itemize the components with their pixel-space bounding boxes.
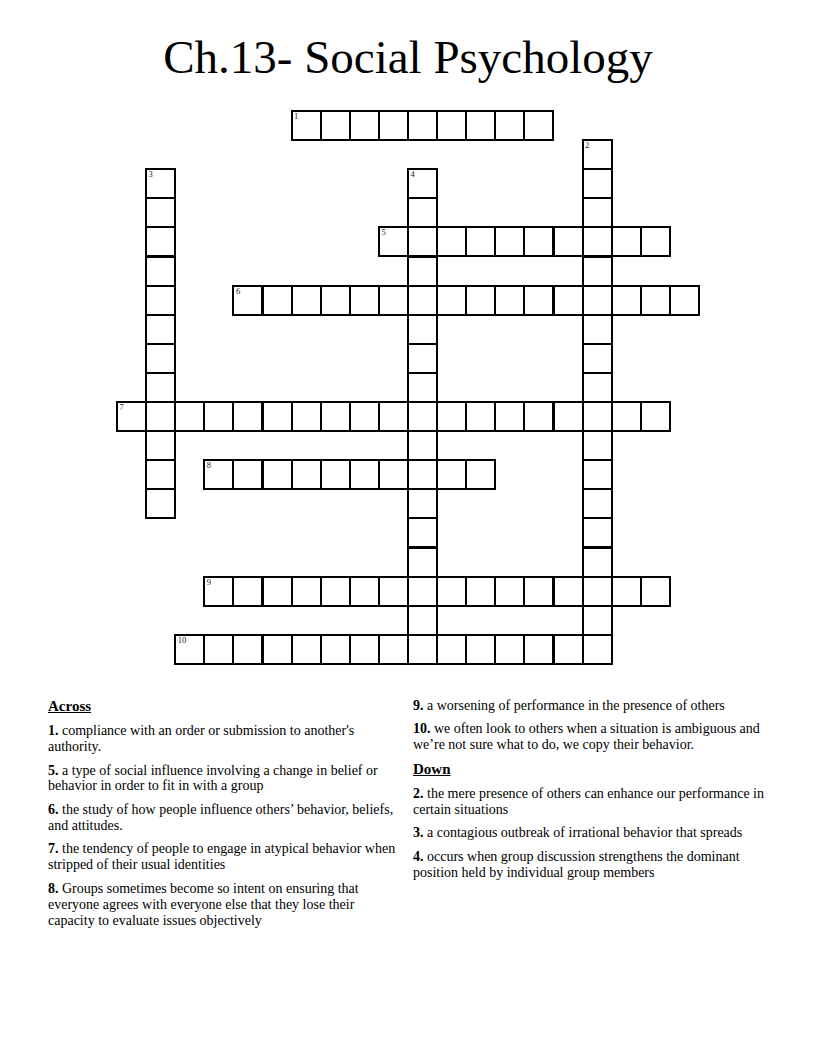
grid-cell-r18c15[interactable]: [553, 634, 584, 665]
grid-cell-r6c14[interactable]: [523, 285, 554, 316]
grid-cell-r9c10[interactable]: [407, 372, 438, 403]
grid-cell-r4c12[interactable]: [465, 226, 496, 257]
grid-cell-r10c0[interactable]: 7: [116, 401, 147, 432]
grid-cell-r16c18[interactable]: [640, 576, 671, 607]
grid-cell-r16c4[interactable]: [232, 576, 263, 607]
grid-cell-r0c6[interactable]: 1: [291, 110, 322, 141]
grid-cell-r18c3[interactable]: [203, 634, 234, 665]
grid-cell-r6c7[interactable]: [320, 285, 351, 316]
grid-cell-r6c8[interactable]: [349, 285, 380, 316]
grid-cell-r12c1[interactable]: [145, 459, 176, 490]
grid-cell-r16c12[interactable]: [465, 576, 496, 607]
grid-cell-r9c1[interactable]: [145, 372, 176, 403]
grid-cell-r0c7[interactable]: [320, 110, 351, 141]
grid-cell-r5c1[interactable]: [145, 256, 176, 287]
grid-cell-r6c6[interactable]: [291, 285, 322, 316]
grid-cell-r6c18[interactable]: [640, 285, 671, 316]
grid-cell-r2c16[interactable]: [582, 168, 613, 199]
grid-cell-r6c1[interactable]: [145, 285, 176, 316]
grid-cell-r3c10[interactable]: [407, 197, 438, 228]
grid-cell-r16c15[interactable]: [553, 576, 584, 607]
grid-cell-r16c9[interactable]: [378, 576, 409, 607]
grid-cell-r12c12[interactable]: [465, 459, 496, 490]
grid-cell-r4c11[interactable]: [436, 226, 467, 257]
grid-cell-r18c16[interactable]: [582, 634, 613, 665]
grid-cell-r12c7[interactable]: [320, 459, 351, 490]
clue-across-1: 1. compliance with an order or submissio…: [48, 723, 402, 755]
grid-cell-r0c11[interactable]: [436, 110, 467, 141]
grid-cell-r10c1[interactable]: [145, 401, 176, 432]
grid-cell-r5c10[interactable]: [407, 256, 438, 287]
grid-cell-r6c19[interactable]: [669, 285, 700, 316]
grid-cell-r0c8[interactable]: [349, 110, 380, 141]
grid-cell-r10c18[interactable]: [640, 401, 671, 432]
grid-cell-r10c15[interactable]: [553, 401, 584, 432]
grid-cell-r10c16[interactable]: [582, 401, 613, 432]
grid-cell-r8c1[interactable]: [145, 343, 176, 374]
grid-cell-r7c1[interactable]: [145, 314, 176, 345]
grid-cell-r10c14[interactable]: [523, 401, 554, 432]
clue-number-label: 7.: [48, 841, 62, 856]
grid-cell-r11c1[interactable]: [145, 430, 176, 461]
grid-cell-r18c10[interactable]: [407, 634, 438, 665]
grid-cell-r15c10[interactable]: [407, 547, 438, 578]
grid-cell-r16c13[interactable]: [494, 576, 525, 607]
grid-cell-r6c16[interactable]: [582, 285, 613, 316]
grid-cell-r11c16[interactable]: [582, 430, 613, 461]
grid-cell-r12c6[interactable]: [291, 459, 322, 490]
grid-cell-r18c4[interactable]: [232, 634, 263, 665]
clue-down-2: 2. the mere presence of others can enhan…: [413, 786, 779, 818]
clue-number-1: 1: [294, 111, 298, 121]
grid-cell-r4c10[interactable]: [407, 226, 438, 257]
grid-cell-r7c16[interactable]: [582, 314, 613, 345]
clue-number-label: 9.: [413, 698, 427, 713]
clue-number-2: 2: [585, 140, 589, 150]
grid-cell-r10c8[interactable]: [349, 401, 380, 432]
grid-cell-r16c6[interactable]: [291, 576, 322, 607]
grid-cell-r13c1[interactable]: [145, 488, 176, 519]
clue-text: compliance with an order or submission t…: [48, 723, 354, 754]
grid-cell-r18c11[interactable]: [436, 634, 467, 665]
clue-number-label: 4.: [413, 849, 427, 864]
grid-cell-r10c3[interactable]: [203, 401, 234, 432]
grid-cell-r0c12[interactable]: [465, 110, 496, 141]
clue-number-7: 7: [120, 402, 124, 412]
grid-cell-r0c10[interactable]: [407, 110, 438, 141]
grid-cell-r18c5[interactable]: [262, 634, 293, 665]
grid-cell-r12c4[interactable]: [232, 459, 263, 490]
across-clues-list: 1. compliance with an order or submissio…: [48, 723, 402, 928]
grid-cell-r6c10[interactable]: [407, 285, 438, 316]
grid-cell-r6c15[interactable]: [553, 285, 584, 316]
grid-cell-r10c6[interactable]: [291, 401, 322, 432]
clue-number-10: 10: [178, 635, 187, 645]
grid-cell-r12c5[interactable]: [262, 459, 293, 490]
down-clues-list: 2. the mere presence of others can enhan…: [413, 786, 779, 881]
grid-cell-r3c16[interactable]: [582, 197, 613, 228]
grid-cell-r4c1[interactable]: [145, 226, 176, 257]
grid-cell-r12c10[interactable]: [407, 459, 438, 490]
grid-cell-r18c2[interactable]: 10: [174, 634, 205, 665]
grid-cell-r18c9[interactable]: [378, 634, 409, 665]
grid-cell-r12c16[interactable]: [582, 459, 613, 490]
clue-down-3: 3. a contagious outbreak of irrational b…: [413, 825, 779, 841]
grid-cell-r10c17[interactable]: [611, 401, 642, 432]
grid-cell-r9c16[interactable]: [582, 372, 613, 403]
clue-number-5: 5: [381, 227, 385, 237]
grid-cell-r16c17[interactable]: [611, 576, 642, 607]
grid-cell-r16c3[interactable]: 9: [203, 576, 234, 607]
clue-across-9: 9. a worsening of performance in the pre…: [413, 698, 779, 714]
clue-text: the mere presence of others can enhance …: [413, 786, 764, 817]
grid-cell-r10c7[interactable]: [320, 401, 351, 432]
grid-cell-r5c16[interactable]: [582, 256, 613, 287]
clue-across-6: 6. the study of how people influence oth…: [48, 802, 402, 834]
grid-cell-r0c14[interactable]: [523, 110, 554, 141]
grid-cell-r12c11[interactable]: [436, 459, 467, 490]
grid-cell-r10c13[interactable]: [494, 401, 525, 432]
clue-text: a contagious outbreak of irrational beha…: [427, 825, 742, 840]
grid-cell-r15c16[interactable]: [582, 547, 613, 578]
grid-cell-r4c15[interactable]: [553, 226, 584, 257]
grid-cell-r13c16[interactable]: [582, 488, 613, 519]
grid-cell-r1c16[interactable]: 2: [582, 139, 613, 170]
clue-number-label: 8.: [48, 881, 62, 896]
grid-cell-r14c10[interactable]: [407, 517, 438, 548]
clue-across-7: 7. the tendency of people to engage in a…: [48, 841, 402, 873]
grid-cell-r2c10[interactable]: 4: [407, 168, 438, 199]
grid-cell-r4c14[interactable]: [523, 226, 554, 257]
grid-cell-r6c17[interactable]: [611, 285, 642, 316]
across-clues-list-continued: 9. a worsening of performance in the pre…: [413, 698, 779, 753]
across-header: Across: [48, 698, 402, 715]
grid-cell-r4c18[interactable]: [640, 226, 671, 257]
grid-cell-r16c11[interactable]: [436, 576, 467, 607]
grid-cell-r10c2[interactable]: [174, 401, 205, 432]
clue-number-label: 5.: [48, 763, 62, 778]
grid-cell-r11c10[interactable]: [407, 430, 438, 461]
grid-cell-r0c9[interactable]: [378, 110, 409, 141]
grid-cell-r16c16[interactable]: [582, 576, 613, 607]
grid-cell-r10c12[interactable]: [465, 401, 496, 432]
grid-cell-r17c16[interactable]: [582, 605, 613, 636]
grid-cell-r7c10[interactable]: [407, 314, 438, 345]
grid-cell-r16c8[interactable]: [349, 576, 380, 607]
grid-cell-r6c11[interactable]: [436, 285, 467, 316]
clue-number-8: 8: [207, 460, 211, 470]
grid-cell-r18c6[interactable]: [291, 634, 322, 665]
grid-cell-r17c10[interactable]: [407, 605, 438, 636]
clue-down-4: 4. occurs when group discussion strength…: [413, 849, 779, 881]
grid-cell-r8c10[interactable]: [407, 343, 438, 374]
clue-across-5: 5. a type of social influence involving …: [48, 763, 402, 795]
grid-cell-r6c12[interactable]: [465, 285, 496, 316]
clue-number-6: 6: [236, 286, 240, 296]
grid-cell-r3c1[interactable]: [145, 197, 176, 228]
grid-cell-r18c14[interactable]: [523, 634, 554, 665]
grid-cell-r4c16[interactable]: [582, 226, 613, 257]
clue-text: Groups sometimes become so intent on ens…: [48, 881, 359, 928]
grid-cell-r2c1[interactable]: 3: [145, 168, 176, 199]
grid-cell-r12c3[interactable]: 8: [203, 459, 234, 490]
grid-cell-r16c7[interactable]: [320, 576, 351, 607]
grid-cell-r18c13[interactable]: [494, 634, 525, 665]
grid-cell-r16c5[interactable]: [262, 576, 293, 607]
grid-cell-r16c10[interactable]: [407, 576, 438, 607]
clue-number-label: 2.: [413, 786, 427, 801]
clue-across-10: 10. we often look to others when a situa…: [413, 721, 779, 753]
grid-cell-r12c9[interactable]: [378, 459, 409, 490]
clues-column-right: 9. a worsening of performance in the pre…: [413, 698, 779, 888]
clue-number-label: 6.: [48, 802, 62, 817]
clue-number-label: 1.: [48, 723, 62, 738]
clue-number-3: 3: [149, 169, 153, 179]
grid-cell-r10c9[interactable]: [378, 401, 409, 432]
grid-cell-r6c5[interactable]: [262, 285, 293, 316]
grid-cell-r10c10[interactable]: [407, 401, 438, 432]
crossword-worksheet-page: Ch.13- Social Psychology 12345678910 Acr…: [0, 0, 816, 1056]
clue-text: we often look to others when a situation…: [413, 721, 760, 752]
clue-text: a type of social influence involving a c…: [48, 763, 378, 794]
grid-cell-r12c8[interactable]: [349, 459, 380, 490]
clue-number-9: 9: [207, 577, 211, 587]
grid-cell-r6c13[interactable]: [494, 285, 525, 316]
grid-cell-r16c14[interactable]: [523, 576, 554, 607]
down-header: Down: [413, 761, 779, 778]
clue-number-4: 4: [411, 169, 415, 179]
grid-cell-r18c12[interactable]: [465, 634, 496, 665]
grid-cell-r6c4[interactable]: 6: [232, 285, 263, 316]
grid-cell-r10c5[interactable]: [262, 401, 293, 432]
clue-text: a worsening of performance in the presen…: [427, 698, 725, 713]
grid-cell-r8c16[interactable]: [582, 343, 613, 374]
grid-cell-r10c11[interactable]: [436, 401, 467, 432]
clue-text: occurs when group discussion strengthens…: [413, 849, 740, 880]
grid-cell-r6c9[interactable]: [378, 285, 409, 316]
clue-text: the study of how people influence others…: [48, 802, 393, 833]
clue-number-label: 3.: [413, 825, 427, 840]
grid-cell-r4c13[interactable]: [494, 226, 525, 257]
clue-across-8: 8. Groups sometimes become so intent on …: [48, 881, 402, 929]
grid-cell-r14c16[interactable]: [582, 517, 613, 548]
page-title: Ch.13- Social Psychology: [0, 30, 816, 84]
grid-cell-r4c9[interactable]: 5: [378, 226, 409, 257]
grid-cell-r18c7[interactable]: [320, 634, 351, 665]
clue-number-label: 10.: [413, 721, 434, 736]
grid-cell-r4c17[interactable]: [611, 226, 642, 257]
clues-column-left: Across 1. compliance with an order or su…: [48, 698, 402, 936]
grid-cell-r0c13[interactable]: [494, 110, 525, 141]
grid-cell-r13c10[interactable]: [407, 488, 438, 519]
grid-cell-r18c8[interactable]: [349, 634, 380, 665]
grid-cell-r10c4[interactable]: [232, 401, 263, 432]
clue-text: the tendency of people to engage in atyp…: [48, 841, 395, 872]
